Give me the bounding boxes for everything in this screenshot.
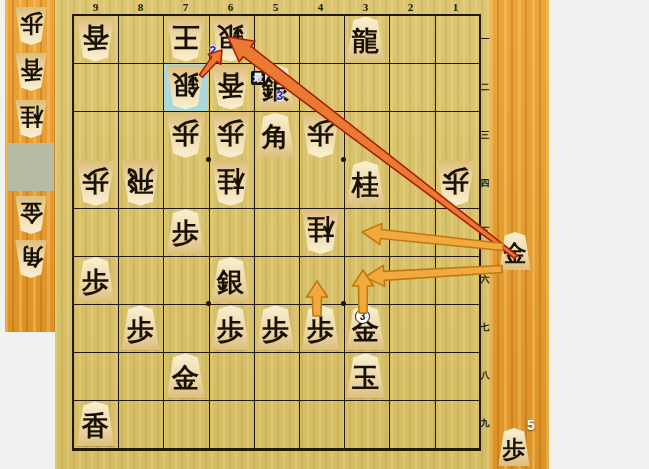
piece-kanji: 桂 [217,167,244,194]
circled-3-label: 3 [355,309,370,324]
piece-kanji: 金 [172,365,199,392]
file-label-8: 8 [118,1,163,14]
move-3-label: 3 [276,88,283,103]
file-label-5: 5 [253,1,298,14]
shogi-app: 987654321 一二三四五六七八九 香王銀龍銀香銀歩歩角歩歩飛桂桂歩歩桂歩銀… [0,0,649,469]
piece-kanji: 桂 [352,172,379,199]
piece-kanji: 歩 [217,317,244,344]
file-label-9: 9 [73,1,118,14]
file-label-6: 6 [208,1,253,14]
piece-kanji: 歩 [20,12,43,35]
star-point [206,157,211,162]
piece-kanji: 歩 [503,438,526,461]
file-coordinate-labels: 987654321 [73,1,478,14]
piece-kanji: 香 [217,71,244,98]
piece-kanji: 龍 [352,28,379,55]
piece-kanji: 桂 [20,105,43,128]
piece-kanji: 香 [82,413,109,440]
piece-kanji: 桂 [307,215,334,242]
piece-kanji: 銀 [217,23,244,50]
piece-kanji: 飛 [127,167,154,194]
piece-kanji: 歩 [307,119,334,146]
piece-kanji: 歩 [127,317,154,344]
piece-kanji: 角 [262,124,289,151]
piece-kanji: 王 [172,23,199,50]
file-label-1: 1 [433,1,478,14]
piece-kanji: 歩 [217,119,244,146]
piece-kanji: 銀 [217,269,244,296]
piece-kanji: 玉 [352,365,379,392]
star-point [341,301,346,306]
piece-kanji: 歩 [442,167,469,194]
pawn-in-hand-count: 5 [527,417,535,433]
piece-kanji: 角 [20,245,43,268]
file-label-3: 3 [343,1,388,14]
piece-kanji: 歩 [307,317,334,344]
star-point [206,301,211,306]
piece-kanji: 歩 [262,317,289,344]
star-point [341,157,346,162]
piece-kanji: 金 [20,201,43,224]
file-label-7: 7 [163,1,208,14]
piece-kanji: 歩 [172,119,199,146]
piece-kanji: 歩 [82,269,109,296]
piece-kanji: 銀 [172,71,199,98]
move-2-label: 2 [209,43,216,58]
empty-hand-slot-highlight[interactable] [8,143,54,191]
piece-kanji: 歩 [82,167,109,194]
piece-kanji: 歩 [172,220,199,247]
piece-kanji: 香 [20,58,43,81]
best-move-badge: 最 [251,71,265,85]
piece-kanji: 金 [504,242,527,265]
piece-kanji: 香 [82,23,109,50]
file-label-2: 2 [388,1,433,14]
file-label-4: 4 [298,1,343,14]
